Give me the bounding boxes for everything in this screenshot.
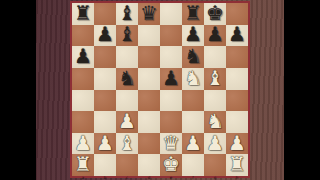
square-c7[interactable]: ♝: [116, 25, 138, 47]
square-e7[interactable]: [160, 25, 182, 47]
square-d1[interactable]: [138, 154, 160, 176]
black-knight-c5[interactable]: ♞: [118, 68, 136, 88]
white-knight-g3[interactable]: ♞: [206, 111, 224, 131]
white-bishop-g5[interactable]: ♝: [206, 68, 224, 88]
square-d2[interactable]: [138, 133, 160, 155]
square-a3[interactable]: [72, 111, 94, 133]
black-pawn-h7[interactable]: ♟: [228, 24, 246, 44]
square-b3[interactable]: [94, 111, 116, 133]
white-pawn-h2[interactable]: ♟: [228, 133, 246, 153]
square-c4[interactable]: [116, 90, 138, 112]
square-b2[interactable]: ♟: [94, 133, 116, 155]
black-bishop-c7[interactable]: ♝: [118, 24, 136, 44]
black-knight-f6[interactable]: ♞: [184, 46, 202, 66]
square-e2[interactable]: ♛: [160, 133, 182, 155]
square-d5[interactable]: [138, 68, 160, 90]
square-e5[interactable]: ♟: [160, 68, 182, 90]
file-label-f: f: [182, 175, 204, 180]
square-g2[interactable]: ♟: [204, 133, 226, 155]
square-a5[interactable]: [72, 68, 94, 90]
square-g1[interactable]: [204, 154, 226, 176]
square-a7[interactable]: [72, 25, 94, 47]
file-coordinate-labels: abcdefgh: [72, 175, 248, 180]
black-pawn-b7[interactable]: ♟: [96, 24, 114, 44]
square-b4[interactable]: [94, 90, 116, 112]
chess-board: ♜♝♛♜♚♟♝♟♟♟♟♞♞♟♞♝♟♞♟♟♝♛♟♟♟♜♚♜: [72, 3, 248, 176]
white-king-e1[interactable]: ♚: [162, 154, 180, 174]
file-label-b: b: [94, 175, 116, 180]
white-knight-f5[interactable]: ♞: [184, 68, 202, 88]
square-h1[interactable]: ♜: [226, 154, 248, 176]
square-c2[interactable]: ♝: [116, 133, 138, 155]
black-king-g8[interactable]: ♚: [206, 3, 224, 23]
square-a6[interactable]: ♟: [72, 46, 94, 68]
square-d8[interactable]: ♛: [138, 3, 160, 25]
square-a1[interactable]: ♜: [72, 154, 94, 176]
square-f2[interactable]: ♟: [182, 133, 204, 155]
video-letterbox-background: ♜♝♛♜♚♟♝♟♟♟♟♞♞♟♞♝♟♞♟♟♝♛♟♟♟♜♚♜ abcdefgh: [0, 0, 320, 180]
square-c8[interactable]: ♝: [116, 3, 138, 25]
file-label-a: a: [72, 175, 94, 180]
square-e4[interactable]: [160, 90, 182, 112]
black-pawn-a6[interactable]: ♟: [74, 46, 92, 66]
square-a8[interactable]: ♜: [72, 3, 94, 25]
square-b5[interactable]: [94, 68, 116, 90]
square-c3[interactable]: ♟: [116, 111, 138, 133]
square-c1[interactable]: [116, 154, 138, 176]
square-g8[interactable]: ♚: [204, 3, 226, 25]
square-h7[interactable]: ♟: [226, 25, 248, 47]
file-label-h: h: [226, 175, 248, 180]
file-label-d: d: [138, 175, 160, 180]
square-h6[interactable]: [226, 46, 248, 68]
square-g6[interactable]: [204, 46, 226, 68]
square-g7[interactable]: ♟: [204, 25, 226, 47]
white-pawn-g2[interactable]: ♟: [206, 133, 224, 153]
white-pawn-c3[interactable]: ♟: [118, 111, 136, 131]
square-a4[interactable]: [72, 90, 94, 112]
square-f6[interactable]: ♞: [182, 46, 204, 68]
square-h5[interactable]: [226, 68, 248, 90]
white-pawn-f2[interactable]: ♟: [184, 133, 202, 153]
square-b6[interactable]: [94, 46, 116, 68]
black-rook-a8[interactable]: ♜: [74, 3, 92, 23]
square-h2[interactable]: ♟: [226, 133, 248, 155]
square-f8[interactable]: ♜: [182, 3, 204, 25]
square-h8[interactable]: [226, 3, 248, 25]
black-bishop-c8[interactable]: ♝: [118, 3, 136, 23]
square-c6[interactable]: [116, 46, 138, 68]
square-e8[interactable]: [160, 3, 182, 25]
square-a2[interactable]: ♟: [72, 133, 94, 155]
black-pawn-f7[interactable]: ♟: [184, 24, 202, 44]
square-d6[interactable]: [138, 46, 160, 68]
white-pawn-a2[interactable]: ♟: [74, 133, 92, 153]
file-label-g: g: [204, 175, 226, 180]
square-e1[interactable]: ♚: [160, 154, 182, 176]
square-h4[interactable]: [226, 90, 248, 112]
square-e3[interactable]: [160, 111, 182, 133]
square-c5[interactable]: ♞: [116, 68, 138, 90]
black-pawn-e5[interactable]: ♟: [162, 68, 180, 88]
square-d3[interactable]: [138, 111, 160, 133]
square-g3[interactable]: ♞: [204, 111, 226, 133]
square-b1[interactable]: [94, 154, 116, 176]
square-f4[interactable]: [182, 90, 204, 112]
black-queen-d8[interactable]: ♛: [140, 3, 158, 23]
file-label-e: e: [160, 175, 182, 180]
square-d4[interactable]: [138, 90, 160, 112]
white-pawn-b2[interactable]: ♟: [96, 133, 114, 153]
square-d7[interactable]: [138, 25, 160, 47]
file-label-c: c: [116, 175, 138, 180]
white-queen-e2[interactable]: ♛: [162, 133, 180, 153]
black-pawn-g7[interactable]: ♟: [206, 24, 224, 44]
square-g5[interactable]: ♝: [204, 68, 226, 90]
black-rook-f8[interactable]: ♜: [184, 3, 202, 23]
square-b8[interactable]: [94, 3, 116, 25]
white-rook-a1[interactable]: ♜: [74, 154, 92, 174]
square-g4[interactable]: [204, 90, 226, 112]
white-bishop-c2[interactable]: ♝: [118, 133, 136, 153]
square-b7[interactable]: ♟: [94, 25, 116, 47]
white-rook-h1[interactable]: ♜: [228, 154, 246, 174]
square-f3[interactable]: [182, 111, 204, 133]
square-h3[interactable]: [226, 111, 248, 133]
square-f1[interactable]: [182, 154, 204, 176]
square-f5[interactable]: ♞: [182, 68, 204, 90]
square-e6[interactable]: [160, 46, 182, 68]
square-f7[interactable]: ♟: [182, 25, 204, 47]
